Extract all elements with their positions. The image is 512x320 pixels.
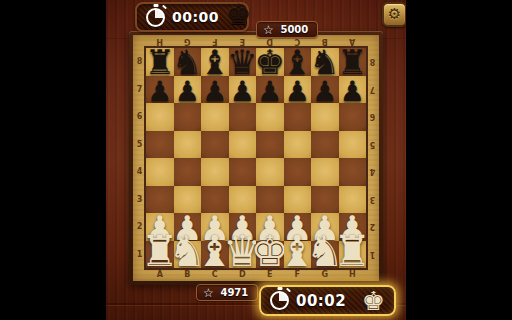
square-b1[interactable]: ♞ bbox=[174, 241, 202, 269]
opponent-score-value: 5000 bbox=[278, 24, 311, 35]
square-f1[interactable]: ♝ bbox=[284, 241, 312, 269]
file-label: H bbox=[339, 268, 367, 281]
square-c4[interactable] bbox=[201, 158, 229, 186]
square-g6[interactable] bbox=[311, 103, 339, 131]
square-h4[interactable] bbox=[339, 158, 367, 186]
square-h5[interactable] bbox=[339, 131, 367, 159]
file-label: A bbox=[146, 268, 174, 281]
square-f6[interactable] bbox=[284, 103, 312, 131]
square-e4[interactable] bbox=[256, 158, 284, 186]
square-c1[interactable]: ♝ bbox=[201, 241, 229, 269]
piece-white-pawn[interactable]: ♟ bbox=[145, 211, 175, 245]
player-timer-value: 00:02 bbox=[296, 292, 346, 310]
board-squares: ♜♞♝♛♚♝♞♜♟♟♟♟♟♟♟♟♟♟♟♟♟♟♟♟♜♞♝♛♚♝♞♜ bbox=[146, 48, 366, 268]
square-g4[interactable] bbox=[311, 158, 339, 186]
piece-black-pawn[interactable]: ♟ bbox=[175, 78, 200, 106]
square-d6[interactable] bbox=[229, 103, 257, 131]
rank-label: 6 bbox=[133, 103, 146, 131]
rank-label: 1 bbox=[133, 241, 146, 269]
file-label: H bbox=[146, 35, 174, 48]
piece-white-pawn[interactable]: ♟ bbox=[282, 211, 312, 245]
opponent-score-badge: ☆ 5000 bbox=[256, 21, 318, 38]
rank-label: 8 bbox=[133, 48, 146, 76]
piece-black-rook[interactable]: ♜ bbox=[145, 45, 175, 79]
square-b2[interactable]: ♟ bbox=[174, 213, 202, 241]
piece-white-pawn[interactable]: ♟ bbox=[172, 211, 202, 245]
square-h7[interactable]: ♟ bbox=[339, 76, 367, 104]
square-g3[interactable] bbox=[311, 186, 339, 214]
square-d4[interactable] bbox=[229, 158, 257, 186]
square-b5[interactable] bbox=[174, 131, 202, 159]
black-king-icon: ♚ bbox=[226, 1, 251, 29]
square-g5[interactable] bbox=[311, 131, 339, 159]
rank-label: 4 bbox=[366, 158, 379, 186]
square-e6[interactable] bbox=[256, 103, 284, 131]
file-labels-bottom: ABCDEFGH bbox=[146, 268, 366, 281]
square-c7[interactable]: ♟ bbox=[201, 76, 229, 104]
file-label: F bbox=[201, 35, 229, 48]
square-c2[interactable]: ♟ bbox=[201, 213, 229, 241]
rank-label: 3 bbox=[133, 186, 146, 214]
square-f8[interactable]: ♝ bbox=[284, 48, 312, 76]
square-f4[interactable] bbox=[284, 158, 312, 186]
file-label: E bbox=[256, 268, 284, 281]
piece-black-pawn[interactable]: ♟ bbox=[202, 78, 227, 106]
square-e7[interactable]: ♟ bbox=[256, 76, 284, 104]
player-score-badge: ☆ 4971 bbox=[196, 284, 258, 301]
rank-label: 7 bbox=[366, 76, 379, 104]
piece-black-knight[interactable]: ♞ bbox=[172, 45, 202, 79]
square-a2[interactable]: ♟ bbox=[146, 213, 174, 241]
piece-black-queen[interactable]: ♛ bbox=[227, 45, 257, 79]
square-c5[interactable] bbox=[201, 131, 229, 159]
player-timer-active: 00:02 ♚ bbox=[259, 285, 396, 316]
board-border: ABCDEFGH 87654321 ♜♞♝♛♚♝♞♜♟♟♟♟♟♟♟♟♟♟♟♟♟♟… bbox=[133, 35, 379, 281]
square-a6[interactable] bbox=[146, 103, 174, 131]
square-c6[interactable] bbox=[201, 103, 229, 131]
star-icon: ☆ bbox=[263, 24, 274, 36]
file-label: A bbox=[339, 35, 367, 48]
square-c8[interactable]: ♝ bbox=[201, 48, 229, 76]
square-a4[interactable] bbox=[146, 158, 174, 186]
piece-black-pawn[interactable]: ♟ bbox=[340, 78, 365, 106]
rank-label: 2 bbox=[133, 213, 146, 241]
rank-label: 5 bbox=[133, 131, 146, 159]
stopwatch-icon bbox=[270, 291, 289, 310]
file-labels-top: ABCDEFGH bbox=[146, 35, 366, 48]
game-stage: 00:00 ♚ ☆ 5000 ⚙ ABCDEFGH 87654321 ♜♞♝♛♚… bbox=[106, 0, 406, 320]
square-d1[interactable]: ♛ bbox=[229, 241, 257, 269]
file-label: G bbox=[174, 35, 202, 48]
piece-black-knight[interactable]: ♞ bbox=[310, 45, 340, 79]
square-h2[interactable]: ♟ bbox=[339, 213, 367, 241]
rank-label: 3 bbox=[366, 186, 379, 214]
piece-white-pawn[interactable]: ♟ bbox=[310, 211, 340, 245]
square-f7[interactable]: ♟ bbox=[284, 76, 312, 104]
square-b7[interactable]: ♟ bbox=[174, 76, 202, 104]
file-label: D bbox=[229, 268, 257, 281]
square-e5[interactable] bbox=[256, 131, 284, 159]
opponent-timer-value: 00:00 bbox=[172, 9, 219, 25]
rank-label: 8 bbox=[366, 48, 379, 76]
square-a1[interactable]: ♜ bbox=[146, 241, 174, 269]
file-label: C bbox=[201, 268, 229, 281]
rank-label: 6 bbox=[366, 103, 379, 131]
opponent-timer: 00:00 ♚ bbox=[135, 2, 249, 32]
square-b6[interactable] bbox=[174, 103, 202, 131]
square-d5[interactable] bbox=[229, 131, 257, 159]
chess-board: ABCDEFGH 87654321 ♜♞♝♛♚♝♞♜♟♟♟♟♟♟♟♟♟♟♟♟♟♟… bbox=[129, 31, 383, 285]
rank-label: 5 bbox=[366, 131, 379, 159]
piece-white-pawn[interactable]: ♟ bbox=[337, 211, 367, 245]
piece-black-king[interactable]: ♚ bbox=[255, 45, 285, 79]
piece-white-pawn[interactable]: ♟ bbox=[200, 211, 230, 245]
square-b4[interactable] bbox=[174, 158, 202, 186]
square-d2[interactable]: ♟ bbox=[229, 213, 257, 241]
rank-labels-right: 12345678 bbox=[366, 48, 379, 268]
rank-label: 2 bbox=[366, 213, 379, 241]
square-a7[interactable]: ♟ bbox=[146, 76, 174, 104]
rank-label: 4 bbox=[133, 158, 146, 186]
piece-black-bishop[interactable]: ♝ bbox=[200, 45, 230, 79]
piece-white-pawn[interactable]: ♟ bbox=[255, 211, 285, 245]
file-label: F bbox=[284, 268, 312, 281]
rank-label: 7 bbox=[133, 76, 146, 104]
square-a5[interactable] bbox=[146, 131, 174, 159]
square-g1[interactable]: ♞ bbox=[311, 241, 339, 269]
square-b8[interactable]: ♞ bbox=[174, 48, 202, 76]
gear-icon: ⚙ bbox=[388, 7, 401, 22]
square-b3[interactable] bbox=[174, 186, 202, 214]
star-icon: ☆ bbox=[203, 287, 214, 299]
player-score-value: 4971 bbox=[218, 287, 251, 298]
piece-black-pawn[interactable]: ♟ bbox=[312, 78, 337, 106]
square-f3[interactable] bbox=[284, 186, 312, 214]
rank-labels-left: 87654321 bbox=[133, 48, 146, 268]
file-label: G bbox=[311, 268, 339, 281]
square-d3[interactable] bbox=[229, 186, 257, 214]
square-e1[interactable]: ♚ bbox=[256, 241, 284, 269]
rank-label: 1 bbox=[366, 241, 379, 269]
square-g7[interactable]: ♟ bbox=[311, 76, 339, 104]
piece-black-bishop[interactable]: ♝ bbox=[282, 45, 312, 79]
square-h6[interactable] bbox=[339, 103, 367, 131]
piece-black-pawn[interactable]: ♟ bbox=[257, 78, 282, 106]
square-c3[interactable] bbox=[201, 186, 229, 214]
file-label: E bbox=[229, 35, 257, 48]
square-e2[interactable]: ♟ bbox=[256, 213, 284, 241]
square-d8[interactable]: ♛ bbox=[229, 48, 257, 76]
piece-white-pawn[interactable]: ♟ bbox=[227, 211, 257, 245]
square-h1[interactable]: ♜ bbox=[339, 241, 367, 269]
square-f2[interactable]: ♟ bbox=[284, 213, 312, 241]
file-label: B bbox=[174, 268, 202, 281]
square-d7[interactable]: ♟ bbox=[229, 76, 257, 104]
piece-black-pawn[interactable]: ♟ bbox=[230, 78, 255, 106]
square-a8[interactable]: ♜ bbox=[146, 48, 174, 76]
square-e8[interactable]: ♚ bbox=[256, 48, 284, 76]
piece-black-pawn[interactable]: ♟ bbox=[147, 78, 172, 106]
square-h8[interactable]: ♜ bbox=[339, 48, 367, 76]
white-king-icon: ♚ bbox=[362, 288, 385, 314]
square-f5[interactable] bbox=[284, 131, 312, 159]
square-g2[interactable]: ♟ bbox=[311, 213, 339, 241]
square-e3[interactable] bbox=[256, 186, 284, 214]
square-h3[interactable] bbox=[339, 186, 367, 214]
square-a3[interactable] bbox=[146, 186, 174, 214]
piece-black-pawn[interactable]: ♟ bbox=[285, 78, 310, 106]
stopwatch-icon bbox=[146, 8, 165, 27]
settings-button[interactable]: ⚙ bbox=[382, 2, 406, 27]
piece-black-rook[interactable]: ♜ bbox=[337, 45, 367, 79]
square-g8[interactable]: ♞ bbox=[311, 48, 339, 76]
